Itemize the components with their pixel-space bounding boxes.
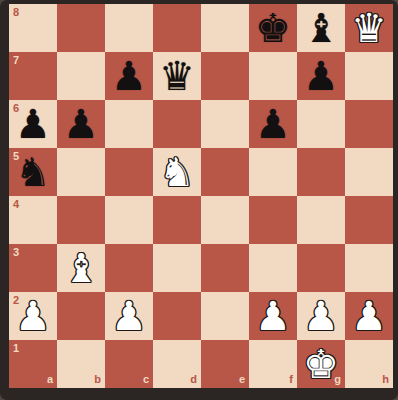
rank-label-3: 3 [13, 247, 19, 258]
piece-white-king[interactable]: ♚ [297, 340, 345, 388]
chess-board: 8♚♝♛7♟♛♟6♟♟♟5♞♞43♝2♟♟♟♟♟1abcdefg♚h [9, 4, 393, 388]
square-a8[interactable]: 8 [9, 4, 57, 52]
square-g2[interactable]: ♟ [297, 292, 345, 340]
square-d6[interactable] [153, 100, 201, 148]
rank-label-7: 7 [13, 55, 19, 66]
piece-white-pawn[interactable]: ♟ [9, 292, 57, 340]
square-a4[interactable]: 4 [9, 196, 57, 244]
square-h3[interactable] [345, 244, 393, 292]
square-d1[interactable]: d [153, 340, 201, 388]
square-g7[interactable]: ♟ [297, 52, 345, 100]
file-label-e: e [239, 374, 245, 385]
square-c5[interactable] [105, 148, 153, 196]
square-d7[interactable]: ♛ [153, 52, 201, 100]
square-b3[interactable]: ♝ [57, 244, 105, 292]
board-frame: 8♚♝♛7♟♛♟6♟♟♟5♞♞43♝2♟♟♟♟♟1abcdefg♚h [0, 0, 398, 400]
file-label-f: f [289, 374, 293, 385]
square-h8[interactable]: ♛ [345, 4, 393, 52]
square-h1[interactable]: h [345, 340, 393, 388]
square-a5[interactable]: 5♞ [9, 148, 57, 196]
square-g1[interactable]: g♚ [297, 340, 345, 388]
square-b4[interactable] [57, 196, 105, 244]
square-a7[interactable]: 7 [9, 52, 57, 100]
square-g4[interactable] [297, 196, 345, 244]
square-f3[interactable] [249, 244, 297, 292]
square-d3[interactable] [153, 244, 201, 292]
square-b7[interactable] [57, 52, 105, 100]
square-a6[interactable]: 6♟ [9, 100, 57, 148]
square-f6[interactable]: ♟ [249, 100, 297, 148]
piece-white-pawn[interactable]: ♟ [345, 292, 393, 340]
square-e7[interactable] [201, 52, 249, 100]
square-c1[interactable]: c [105, 340, 153, 388]
square-e3[interactable] [201, 244, 249, 292]
square-d8[interactable] [153, 4, 201, 52]
square-e2[interactable] [201, 292, 249, 340]
square-g8[interactable]: ♝ [297, 4, 345, 52]
square-c8[interactable] [105, 4, 153, 52]
square-b8[interactable] [57, 4, 105, 52]
piece-white-knight[interactable]: ♞ [153, 148, 201, 196]
rank-label-4: 4 [13, 199, 19, 210]
piece-black-knight[interactable]: ♞ [9, 148, 57, 196]
file-label-b: b [94, 374, 101, 385]
rank-label-1: 1 [13, 343, 19, 354]
square-d4[interactable] [153, 196, 201, 244]
square-b5[interactable] [57, 148, 105, 196]
square-g6[interactable] [297, 100, 345, 148]
square-g5[interactable] [297, 148, 345, 196]
square-g3[interactable] [297, 244, 345, 292]
file-label-d: d [190, 374, 197, 385]
square-f2[interactable]: ♟ [249, 292, 297, 340]
square-b1[interactable]: b [57, 340, 105, 388]
square-f4[interactable] [249, 196, 297, 244]
square-c4[interactable] [105, 196, 153, 244]
piece-black-pawn[interactable]: ♟ [105, 52, 153, 100]
square-h7[interactable] [345, 52, 393, 100]
piece-white-pawn[interactable]: ♟ [297, 292, 345, 340]
square-c6[interactable] [105, 100, 153, 148]
square-a3[interactable]: 3 [9, 244, 57, 292]
piece-black-pawn[interactable]: ♟ [249, 100, 297, 148]
piece-black-king[interactable]: ♚ [249, 4, 297, 52]
square-a1[interactable]: 1a [9, 340, 57, 388]
square-h2[interactable]: ♟ [345, 292, 393, 340]
square-e6[interactable] [201, 100, 249, 148]
square-e1[interactable]: e [201, 340, 249, 388]
square-d5[interactable]: ♞ [153, 148, 201, 196]
square-c7[interactable]: ♟ [105, 52, 153, 100]
square-h4[interactable] [345, 196, 393, 244]
square-d2[interactable] [153, 292, 201, 340]
square-a2[interactable]: 2♟ [9, 292, 57, 340]
square-f8[interactable]: ♚ [249, 4, 297, 52]
square-e4[interactable] [201, 196, 249, 244]
file-label-a: a [47, 374, 53, 385]
square-b6[interactable]: ♟ [57, 100, 105, 148]
square-e8[interactable] [201, 4, 249, 52]
rank-label-8: 8 [13, 7, 19, 18]
square-h6[interactable] [345, 100, 393, 148]
piece-black-bishop[interactable]: ♝ [297, 4, 345, 52]
piece-white-bishop[interactable]: ♝ [57, 244, 105, 292]
file-label-c: c [143, 374, 149, 385]
file-label-h: h [382, 374, 389, 385]
piece-white-pawn[interactable]: ♟ [105, 292, 153, 340]
piece-white-queen[interactable]: ♛ [345, 4, 393, 52]
square-c2[interactable]: ♟ [105, 292, 153, 340]
square-f5[interactable] [249, 148, 297, 196]
square-f7[interactable] [249, 52, 297, 100]
square-b2[interactable] [57, 292, 105, 340]
piece-black-pawn[interactable]: ♟ [9, 100, 57, 148]
square-c3[interactable] [105, 244, 153, 292]
piece-black-queen[interactable]: ♛ [153, 52, 201, 100]
piece-black-pawn[interactable]: ♟ [57, 100, 105, 148]
square-f1[interactable]: f [249, 340, 297, 388]
square-e5[interactable] [201, 148, 249, 196]
piece-white-pawn[interactable]: ♟ [249, 292, 297, 340]
piece-black-pawn[interactable]: ♟ [297, 52, 345, 100]
square-h5[interactable] [345, 148, 393, 196]
